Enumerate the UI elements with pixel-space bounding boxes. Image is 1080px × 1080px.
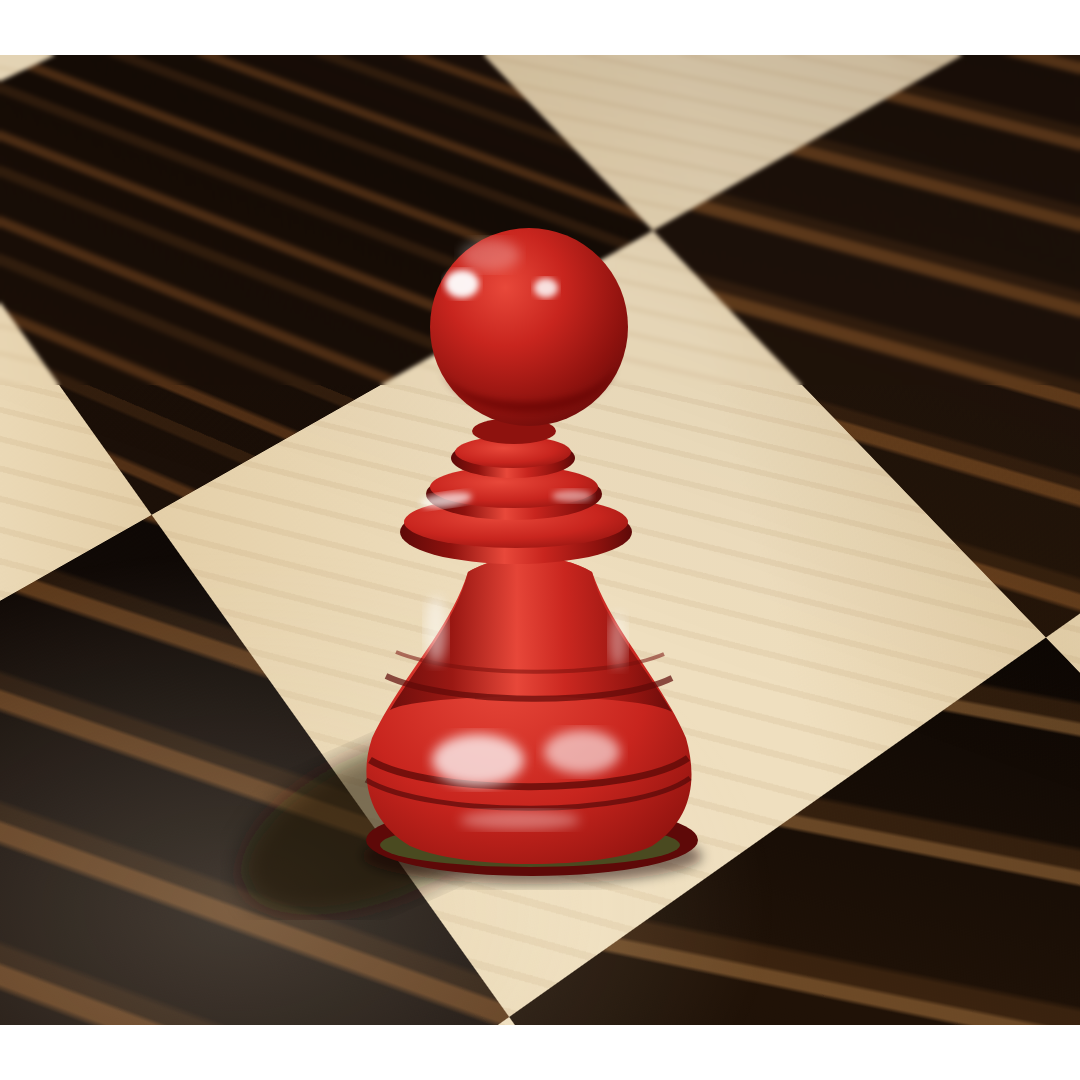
white-margin-bottom bbox=[0, 1025, 1080, 1080]
pawn-ball bbox=[430, 228, 628, 426]
photo-frame bbox=[0, 55, 1080, 1025]
red-pawn[interactable] bbox=[220, 200, 740, 920]
pawn-collar bbox=[400, 418, 632, 564]
white-margin-top bbox=[0, 0, 1080, 55]
product-photo-page bbox=[0, 0, 1080, 1080]
